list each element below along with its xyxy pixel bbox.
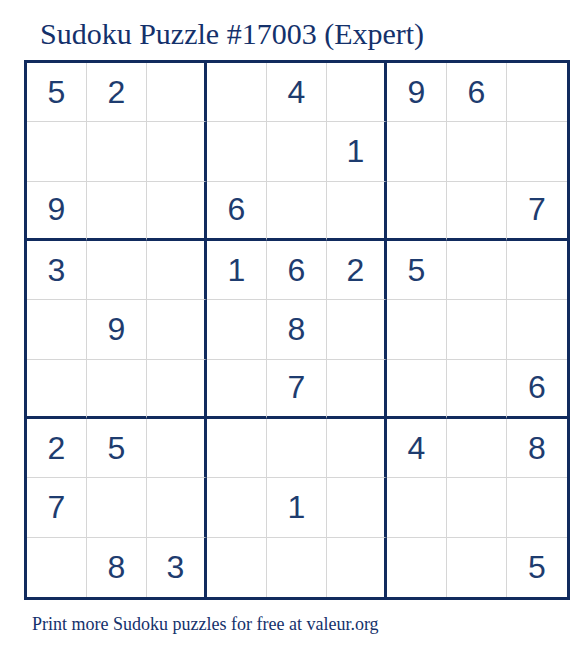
cell-r3c8 [447, 182, 507, 241]
cell-r2c6: 1 [327, 122, 387, 181]
cell-r2c7 [387, 122, 447, 181]
cell-r9c2: 8 [87, 538, 147, 597]
cell-r1c3 [147, 63, 207, 122]
cell-r5c5: 8 [267, 300, 327, 359]
cell-r2c1 [27, 122, 87, 181]
cell-r6c1 [27, 360, 87, 419]
cell-r3c5 [267, 182, 327, 241]
cell-r6c8 [447, 360, 507, 419]
cell-r5c8 [447, 300, 507, 359]
cell-r9c9: 5 [507, 538, 567, 597]
cell-r7c7: 4 [387, 419, 447, 478]
cell-r6c6 [327, 360, 387, 419]
cell-r3c1: 9 [27, 182, 87, 241]
cell-r4c7: 5 [387, 241, 447, 300]
cell-r4c4: 1 [207, 241, 267, 300]
cell-r3c7 [387, 182, 447, 241]
cell-r9c6 [327, 538, 387, 597]
cell-r3c3 [147, 182, 207, 241]
cell-r5c7 [387, 300, 447, 359]
cell-r6c2 [87, 360, 147, 419]
cell-r4c5: 6 [267, 241, 327, 300]
cell-r2c9 [507, 122, 567, 181]
cell-r9c5 [267, 538, 327, 597]
cell-r5c3 [147, 300, 207, 359]
cell-r4c1: 3 [27, 241, 87, 300]
cell-r3c4: 6 [207, 182, 267, 241]
cell-r4c6: 2 [327, 241, 387, 300]
cell-r2c4 [207, 122, 267, 181]
cell-r2c5 [267, 122, 327, 181]
cell-r5c9 [507, 300, 567, 359]
cell-r1c6 [327, 63, 387, 122]
cell-r8c8 [447, 478, 507, 537]
cell-r4c3 [147, 241, 207, 300]
cell-r7c6 [327, 419, 387, 478]
cell-r4c2 [87, 241, 147, 300]
cell-r8c1: 7 [27, 478, 87, 537]
cell-r6c4 [207, 360, 267, 419]
cell-r6c3 [147, 360, 207, 419]
cell-r6c7 [387, 360, 447, 419]
cell-r1c1: 5 [27, 63, 87, 122]
cell-r8c5: 1 [267, 478, 327, 537]
cell-r2c8 [447, 122, 507, 181]
cell-r4c9 [507, 241, 567, 300]
cell-r7c8 [447, 419, 507, 478]
cell-r8c7 [387, 478, 447, 537]
cell-r9c3: 3 [147, 538, 207, 597]
cell-r8c3 [147, 478, 207, 537]
cell-r2c3 [147, 122, 207, 181]
sudoku-board: 524961967316259876254871835 [24, 60, 570, 600]
cell-r1c2: 2 [87, 63, 147, 122]
cell-r8c9 [507, 478, 567, 537]
cell-r1c4 [207, 63, 267, 122]
cell-r9c8 [447, 538, 507, 597]
cell-r6c9: 6 [507, 360, 567, 419]
cell-r3c2 [87, 182, 147, 241]
cell-r2c2 [87, 122, 147, 181]
cell-r1c5: 4 [267, 63, 327, 122]
cell-r7c5 [267, 419, 327, 478]
cell-r7c1: 2 [27, 419, 87, 478]
cell-r1c9 [507, 63, 567, 122]
cell-r7c9: 8 [507, 419, 567, 478]
cell-r5c2: 9 [87, 300, 147, 359]
cell-r8c4 [207, 478, 267, 537]
cell-r1c8: 6 [447, 63, 507, 122]
cell-r4c8 [447, 241, 507, 300]
page-title: Sudoku Puzzle #17003 (Expert) [40, 19, 424, 49]
cell-r6c5: 7 [267, 360, 327, 419]
cell-r5c1 [27, 300, 87, 359]
cell-r9c7 [387, 538, 447, 597]
cell-r9c4 [207, 538, 267, 597]
cell-r8c6 [327, 478, 387, 537]
cell-r7c3 [147, 419, 207, 478]
cell-r7c4 [207, 419, 267, 478]
cell-r3c9: 7 [507, 182, 567, 241]
cell-r5c6 [327, 300, 387, 359]
cell-r8c2 [87, 478, 147, 537]
cell-r5c4 [207, 300, 267, 359]
cell-r3c6 [327, 182, 387, 241]
cell-r1c7: 9 [387, 63, 447, 122]
cell-r7c2: 5 [87, 419, 147, 478]
footer-text: Print more Sudoku puzzles for free at va… [32, 615, 379, 633]
cell-r9c1 [27, 538, 87, 597]
